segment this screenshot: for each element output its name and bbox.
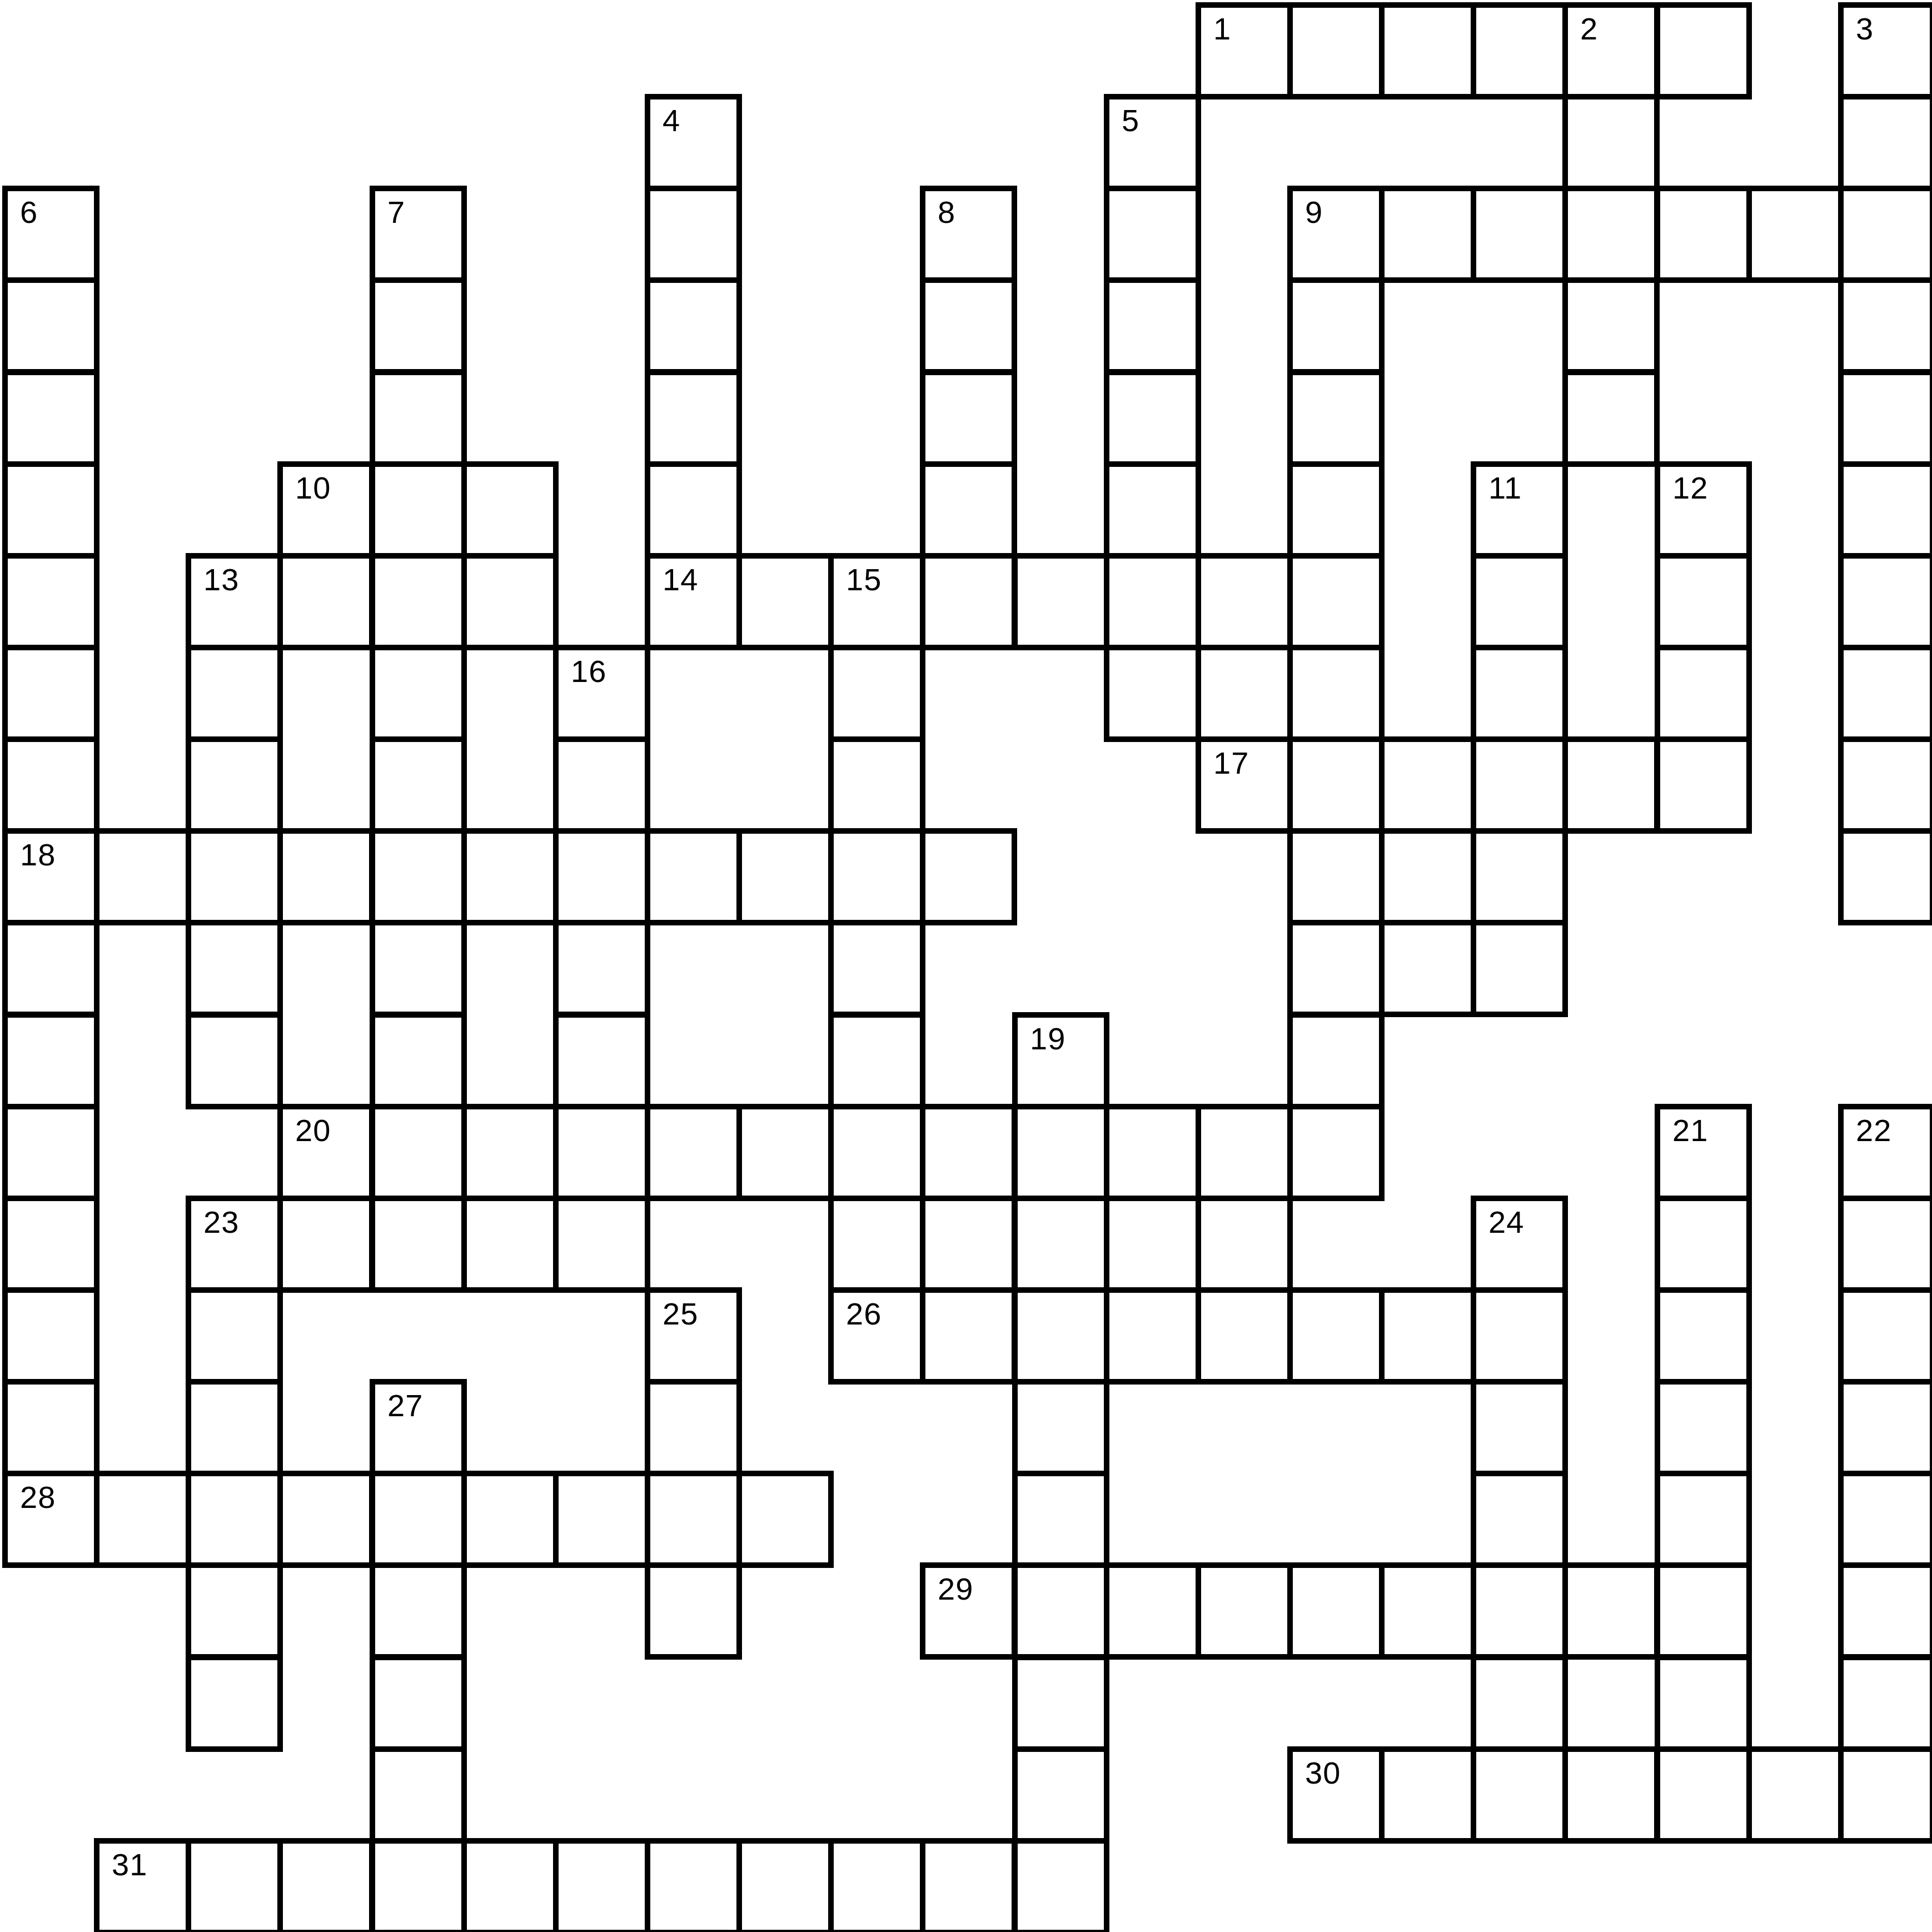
- cell-r12c20[interactable]: 22: [1838, 1104, 1932, 1201]
- cell-r3c4[interactable]: [370, 277, 467, 375]
- cell-r4c7[interactable]: [645, 370, 742, 467]
- cell-r5c0[interactable]: [2, 461, 99, 559]
- clue-number-3: 3: [1856, 13, 1874, 44]
- cell-r8c15[interactable]: [1379, 736, 1476, 834]
- cell-r2c7[interactable]: [645, 186, 742, 283]
- clue-number-6: 6: [20, 197, 38, 228]
- cell-r9c20[interactable]: [1838, 828, 1932, 925]
- cell-r12c14[interactable]: [1287, 1104, 1385, 1201]
- cell-r15c2[interactable]: [186, 1379, 283, 1476]
- cell-r9c4[interactable]: [370, 828, 467, 925]
- cell-r13c6[interactable]: [553, 1196, 650, 1293]
- cell-r6c8[interactable]: [736, 553, 834, 650]
- cell-r2c4[interactable]: 7: [370, 186, 467, 283]
- cell-r16c1[interactable]: [94, 1471, 191, 1568]
- cell-r6c7[interactable]: 14: [645, 553, 742, 650]
- cell-r2c16[interactable]: [1471, 186, 1568, 283]
- cell-r9c16[interactable]: [1471, 828, 1568, 925]
- cell-r8c14[interactable]: [1287, 736, 1385, 834]
- cell-r12c6[interactable]: [553, 1104, 650, 1201]
- cell-r13c0[interactable]: [2, 1196, 99, 1293]
- cell-r13c12[interactable]: [1104, 1196, 1201, 1293]
- cell-r6c12[interactable]: [1104, 553, 1201, 650]
- clue-number-5: 5: [1122, 105, 1139, 136]
- clue-number-31: 31: [112, 1849, 147, 1880]
- cell-r9c2[interactable]: [186, 828, 283, 925]
- cell-r2c12[interactable]: [1104, 186, 1201, 283]
- cell-r19c18[interactable]: [1655, 1746, 1752, 1844]
- cell-r16c20[interactable]: [1838, 1471, 1932, 1568]
- cell-r8c17[interactable]: [1562, 736, 1660, 834]
- cell-r13c5[interactable]: [461, 1196, 559, 1293]
- cell-r5c18[interactable]: 12: [1655, 461, 1752, 559]
- cell-r17c7[interactable]: [645, 1562, 742, 1660]
- cell-r10c6[interactable]: [553, 920, 650, 1017]
- cell-r13c18[interactable]: [1655, 1196, 1752, 1293]
- cell-r2c17[interactable]: [1562, 186, 1660, 283]
- cell-r9c10[interactable]: [920, 828, 1017, 925]
- cell-r2c0[interactable]: 6: [2, 186, 99, 283]
- cell-r12c12[interactable]: [1104, 1104, 1201, 1201]
- clue-number-17: 17: [1213, 748, 1249, 779]
- cell-r4c20[interactable]: [1838, 370, 1932, 467]
- cell-r6c4[interactable]: [370, 553, 467, 650]
- cell-r11c14[interactable]: [1287, 1012, 1385, 1109]
- cell-r16c4[interactable]: [370, 1471, 467, 1568]
- cell-r15c4[interactable]: 27: [370, 1379, 467, 1476]
- cell-r5c4[interactable]: [370, 461, 467, 559]
- cell-r15c16[interactable]: [1471, 1379, 1568, 1476]
- cell-r8c16[interactable]: [1471, 736, 1568, 834]
- cell-r18c20[interactable]: [1838, 1655, 1932, 1752]
- cell-r2c15[interactable]: [1379, 186, 1476, 283]
- cell-r9c7[interactable]: [645, 828, 742, 925]
- clue-number-28: 28: [20, 1482, 56, 1513]
- cell-r20c9[interactable]: [828, 1838, 925, 1932]
- cell-r7c14[interactable]: [1287, 645, 1385, 742]
- cell-r0c20[interactable]: 3: [1838, 2, 1932, 99]
- cell-r17c12[interactable]: [1104, 1562, 1201, 1660]
- clue-number-4: 4: [663, 105, 680, 136]
- cell-r16c5[interactable]: [461, 1471, 559, 1568]
- cell-r2c20[interactable]: [1838, 186, 1932, 283]
- cell-r1c12[interactable]: 5: [1104, 94, 1201, 191]
- cell-r15c18[interactable]: [1655, 1379, 1752, 1476]
- clue-number-7: 7: [387, 197, 405, 228]
- cell-r19c16[interactable]: [1471, 1746, 1568, 1844]
- cell-r5c12[interactable]: [1104, 461, 1201, 559]
- cell-r20c10[interactable]: [920, 1838, 1017, 1932]
- cell-r1c7[interactable]: 4: [645, 94, 742, 191]
- cell-r17c15[interactable]: [1379, 1562, 1476, 1660]
- cell-r6c2[interactable]: 13: [186, 553, 283, 650]
- cell-r9c3[interactable]: [277, 828, 375, 925]
- cell-r18c11[interactable]: [1012, 1655, 1109, 1752]
- cell-r7c12[interactable]: [1104, 645, 1201, 742]
- cell-r18c18[interactable]: [1655, 1655, 1752, 1752]
- cell-r0c13[interactable]: 1: [1196, 2, 1293, 99]
- cell-r7c2[interactable]: [186, 645, 283, 742]
- cell-r12c18[interactable]: 21: [1655, 1104, 1752, 1201]
- clue-number-14: 14: [663, 564, 698, 595]
- cell-r6c13[interactable]: [1196, 553, 1293, 650]
- cell-r13c20[interactable]: [1838, 1196, 1932, 1293]
- cell-r19c17[interactable]: [1562, 1746, 1660, 1844]
- cell-r14c20[interactable]: [1838, 1287, 1932, 1385]
- clue-number-20: 20: [295, 1115, 331, 1146]
- clue-number-25: 25: [663, 1298, 698, 1330]
- cell-r14c0[interactable]: [2, 1287, 99, 1385]
- cell-r17c16[interactable]: [1471, 1562, 1568, 1660]
- cell-r1c20[interactable]: [1838, 94, 1932, 191]
- cell-r4c10[interactable]: [920, 370, 1017, 467]
- cell-r0c14[interactable]: [1287, 2, 1385, 99]
- cell-r2c10[interactable]: 8: [920, 186, 1017, 283]
- cell-r7c20[interactable]: [1838, 645, 1932, 742]
- cell-r20c3[interactable]: [277, 1838, 375, 1932]
- cell-r9c14[interactable]: [1287, 828, 1385, 925]
- cell-r17c18[interactable]: [1655, 1562, 1752, 1660]
- cell-r14c12[interactable]: [1104, 1287, 1201, 1385]
- cell-r10c0[interactable]: [2, 920, 99, 1017]
- cell-r3c20[interactable]: [1838, 277, 1932, 375]
- clue-number-26: 26: [846, 1298, 882, 1330]
- cell-r13c10[interactable]: [920, 1196, 1017, 1293]
- cell-r11c0[interactable]: [2, 1012, 99, 1109]
- cell-r14c16[interactable]: [1471, 1287, 1568, 1385]
- clue-number-22: 22: [1856, 1115, 1891, 1146]
- clue-number-24: 24: [1488, 1207, 1524, 1238]
- cell-r12c10[interactable]: [920, 1104, 1017, 1201]
- cell-r9c15[interactable]: [1379, 828, 1476, 925]
- cell-r9c9[interactable]: [828, 828, 925, 925]
- clue-number-16: 16: [571, 656, 606, 687]
- cell-r17c14[interactable]: [1287, 1562, 1385, 1660]
- cell-r19c20[interactable]: [1838, 1746, 1932, 1844]
- cell-r14c11[interactable]: [1012, 1287, 1109, 1385]
- cell-r9c1[interactable]: [94, 828, 191, 925]
- cell-r0c17[interactable]: 2: [1562, 2, 1660, 99]
- cell-r17c4[interactable]: [370, 1562, 467, 1660]
- cell-r10c15[interactable]: [1379, 920, 1476, 1017]
- cell-r14c15[interactable]: [1379, 1287, 1476, 1385]
- cell-r9c0[interactable]: 18: [2, 828, 99, 925]
- cell-r2c14[interactable]: 9: [1287, 186, 1385, 283]
- cell-r16c0[interactable]: 28: [2, 1471, 99, 1568]
- cell-r12c11[interactable]: [1012, 1104, 1109, 1201]
- cell-r10c9[interactable]: [828, 920, 925, 1017]
- cell-r17c11[interactable]: [1012, 1562, 1109, 1660]
- cell-r17c17[interactable]: [1562, 1562, 1660, 1660]
- crossword-board: 1234567891011121314151617181920212223242…: [0, 0, 1932, 1932]
- cell-r20c1[interactable]: 31: [94, 1838, 191, 1932]
- clue-number-9: 9: [1305, 197, 1323, 228]
- cell-r6c18[interactable]: [1655, 553, 1752, 650]
- clue-number-21: 21: [1672, 1115, 1708, 1146]
- cell-r16c6[interactable]: [553, 1471, 650, 1568]
- cell-r15c11[interactable]: [1012, 1379, 1109, 1476]
- cell-r3c17[interactable]: [1562, 277, 1660, 375]
- cell-r8c13[interactable]: 17: [1196, 736, 1293, 834]
- cell-r5c16[interactable]: 11: [1471, 461, 1568, 559]
- cell-r3c12[interactable]: [1104, 277, 1201, 375]
- cell-r9c8[interactable]: [736, 828, 834, 925]
- cell-r20c5[interactable]: [461, 1838, 559, 1932]
- cell-r3c14[interactable]: [1287, 277, 1385, 375]
- cell-r19c15[interactable]: [1379, 1746, 1476, 1844]
- cell-r16c16[interactable]: [1471, 1471, 1568, 1568]
- cell-r2c18[interactable]: [1655, 186, 1752, 283]
- cell-r14c9[interactable]: 26: [828, 1287, 925, 1385]
- cell-r20c7[interactable]: [645, 1838, 742, 1932]
- cell-r6c20[interactable]: [1838, 553, 1932, 650]
- clue-number-8: 8: [938, 197, 955, 228]
- cell-r9c5[interactable]: [461, 828, 559, 925]
- cell-r11c4[interactable]: [370, 1012, 467, 1109]
- cell-r3c7[interactable]: [645, 277, 742, 375]
- cell-r7c18[interactable]: [1655, 645, 1752, 742]
- cell-r18c4[interactable]: [370, 1655, 467, 1752]
- clue-number-29: 29: [938, 1574, 973, 1605]
- cell-r6c3[interactable]: [277, 553, 375, 650]
- cell-r12c4[interactable]: [370, 1104, 467, 1201]
- cell-r9c6[interactable]: [553, 828, 650, 925]
- cell-r19c19[interactable]: [1746, 1746, 1844, 1844]
- cell-r8c0[interactable]: [2, 736, 99, 834]
- cell-r5c7[interactable]: [645, 461, 742, 559]
- cell-r6c9[interactable]: 15: [828, 553, 925, 650]
- cell-r4c4[interactable]: [370, 370, 467, 467]
- clue-number-19: 19: [1030, 1023, 1065, 1054]
- cell-r12c9[interactable]: [828, 1104, 925, 1201]
- cell-r13c16[interactable]: 24: [1471, 1196, 1568, 1293]
- cell-r14c18[interactable]: [1655, 1287, 1752, 1385]
- cell-r0c18[interactable]: [1655, 2, 1752, 99]
- cell-r8c20[interactable]: [1838, 736, 1932, 834]
- cell-r20c4[interactable]: [370, 1838, 467, 1932]
- cell-r16c18[interactable]: [1655, 1471, 1752, 1568]
- cell-r7c13[interactable]: [1196, 645, 1293, 742]
- clue-number-2: 2: [1580, 13, 1598, 44]
- cell-r12c3[interactable]: 20: [277, 1104, 375, 1201]
- cell-r20c2[interactable]: [186, 1838, 283, 1932]
- cell-r6c5[interactable]: [461, 553, 559, 650]
- cell-r12c8[interactable]: [736, 1104, 834, 1201]
- cell-r0c15[interactable]: [1379, 2, 1476, 99]
- cell-r16c7[interactable]: [645, 1471, 742, 1568]
- cell-r11c9[interactable]: [828, 1012, 925, 1109]
- cell-r10c4[interactable]: [370, 920, 467, 1017]
- clue-number-27: 27: [387, 1390, 423, 1421]
- cell-r5c5[interactable]: [461, 461, 559, 559]
- cell-r13c2[interactable]: 23: [186, 1196, 283, 1293]
- cell-r16c2[interactable]: [186, 1471, 283, 1568]
- cell-r12c5[interactable]: [461, 1104, 559, 1201]
- cell-r7c16[interactable]: [1471, 645, 1568, 742]
- cell-r18c2[interactable]: [186, 1655, 283, 1752]
- cell-r19c14[interactable]: 30: [1287, 1746, 1385, 1844]
- cell-r4c17[interactable]: [1562, 370, 1660, 467]
- cell-r14c7[interactable]: 25: [645, 1287, 742, 1385]
- cell-r14c2[interactable]: [186, 1287, 283, 1385]
- cell-r20c6[interactable]: [553, 1838, 650, 1932]
- cell-r6c16[interactable]: [1471, 553, 1568, 650]
- cell-r10c14[interactable]: [1287, 920, 1385, 1017]
- cell-r13c3[interactable]: [277, 1196, 375, 1293]
- cell-r20c11[interactable]: [1012, 1838, 1109, 1932]
- cell-r7c6[interactable]: 16: [553, 645, 650, 742]
- cell-r11c11[interactable]: 19: [1012, 1012, 1109, 1109]
- cell-r15c0[interactable]: [2, 1379, 99, 1476]
- cell-r5c10[interactable]: [920, 461, 1017, 559]
- clue-number-11: 11: [1488, 472, 1522, 504]
- cell-r8c4[interactable]: [370, 736, 467, 834]
- cell-r8c9[interactable]: [828, 736, 925, 834]
- cell-r16c8[interactable]: [736, 1471, 834, 1568]
- cell-r18c16[interactable]: [1471, 1655, 1568, 1752]
- clue-number-12: 12: [1672, 472, 1708, 504]
- cell-r6c0[interactable]: [2, 553, 99, 650]
- cell-r8c2[interactable]: [186, 736, 283, 834]
- cell-r5c3[interactable]: 10: [277, 461, 375, 559]
- cell-r11c6[interactable]: [553, 1012, 650, 1109]
- clue-number-15: 15: [846, 564, 882, 595]
- cell-r13c4[interactable]: [370, 1196, 467, 1293]
- cell-r17c13[interactable]: [1196, 1562, 1293, 1660]
- clue-number-18: 18: [20, 839, 56, 870]
- cell-r4c12[interactable]: [1104, 370, 1201, 467]
- cell-r8c6[interactable]: [553, 736, 650, 834]
- cell-r7c4[interactable]: [370, 645, 467, 742]
- cell-r1c17[interactable]: [1562, 94, 1660, 191]
- cell-r0c16[interactable]: [1471, 2, 1568, 99]
- cell-r2c19[interactable]: [1746, 186, 1844, 283]
- cell-r7c0[interactable]: [2, 645, 99, 742]
- cell-r17c20[interactable]: [1838, 1562, 1932, 1660]
- cell-r13c11[interactable]: [1012, 1196, 1109, 1293]
- clue-number-23: 23: [203, 1207, 239, 1238]
- cell-r12c7[interactable]: [645, 1104, 742, 1201]
- cell-r16c11[interactable]: [1012, 1471, 1109, 1568]
- clue-number-1: 1: [1213, 13, 1231, 44]
- cell-r17c10[interactable]: 29: [920, 1562, 1017, 1660]
- cell-r19c4[interactable]: [370, 1746, 467, 1844]
- cell-r3c0[interactable]: [2, 277, 99, 375]
- cell-r4c0[interactable]: [2, 370, 99, 467]
- cell-r15c20[interactable]: [1838, 1379, 1932, 1476]
- cell-r19c11[interactable]: [1012, 1746, 1109, 1844]
- cell-r14c13[interactable]: [1196, 1287, 1293, 1385]
- cell-r13c9[interactable]: [828, 1196, 925, 1293]
- cell-r4c14[interactable]: [1287, 370, 1385, 467]
- cell-r20c8[interactable]: [736, 1838, 834, 1932]
- clue-number-10: 10: [295, 472, 331, 504]
- cell-r14c14[interactable]: [1287, 1287, 1385, 1385]
- cell-r5c14[interactable]: [1287, 461, 1385, 559]
- cell-r10c16[interactable]: [1471, 920, 1568, 1017]
- cell-r3c10[interactable]: [920, 277, 1017, 375]
- cell-r10c2[interactable]: [186, 920, 283, 1017]
- cell-r17c2[interactable]: [186, 1562, 283, 1660]
- cell-r11c2[interactable]: [186, 1012, 283, 1109]
- cell-r6c10[interactable]: [920, 553, 1017, 650]
- cell-r15c7[interactable]: [645, 1379, 742, 1476]
- cell-r14c10[interactable]: [920, 1287, 1017, 1385]
- cell-r12c0[interactable]: [2, 1104, 99, 1201]
- cell-r12c13[interactable]: [1196, 1104, 1293, 1201]
- cell-r7c9[interactable]: [828, 645, 925, 742]
- clue-number-30: 30: [1305, 1757, 1341, 1789]
- cell-r8c18[interactable]: [1655, 736, 1752, 834]
- cell-r6c14[interactable]: [1287, 553, 1385, 650]
- cell-r16c3[interactable]: [277, 1471, 375, 1568]
- clue-number-13: 13: [203, 564, 239, 595]
- cell-r5c20[interactable]: [1838, 461, 1932, 559]
- cell-r13c13[interactable]: [1196, 1196, 1293, 1293]
- cell-r6c11[interactable]: [1012, 553, 1109, 650]
